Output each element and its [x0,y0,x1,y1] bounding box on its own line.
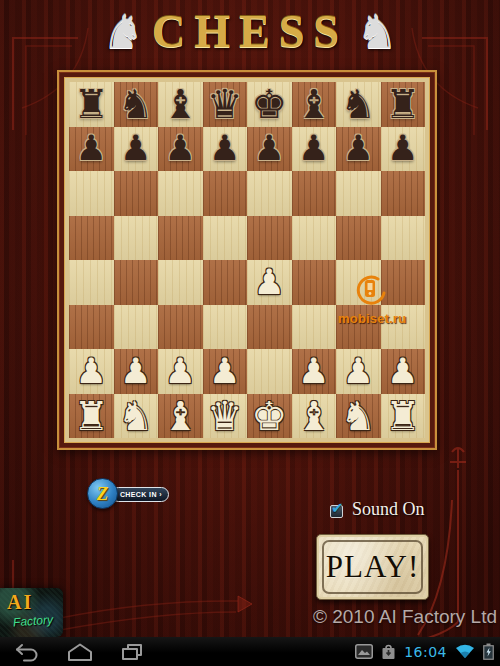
piece-white-pawn-d2[interactable]: ♟ [209,354,240,389]
square-b1[interactable]: ♞ [114,394,159,439]
piece-black-bishop-f8[interactable]: ♝ [296,84,332,124]
wifi-icon [455,644,475,659]
piece-black-pawn-h7[interactable]: ♟ [387,131,418,166]
piece-black-pawn-c7[interactable]: ♟ [165,131,196,166]
square-f8[interactable]: ♝ [292,82,337,127]
square-d7[interactable]: ♟ [203,127,248,172]
screenshot-notification-icon[interactable] [355,644,373,659]
square-g1[interactable]: ♞ [336,394,381,439]
square-g8[interactable]: ♞ [336,82,381,127]
square-b6[interactable] [114,171,159,216]
title-bar: ♞ CHESS ♞ [0,2,500,60]
square-e2[interactable] [247,349,292,394]
square-b3[interactable] [114,305,159,350]
sound-toggle[interactable]: ✔ Sound On [330,499,425,520]
piece-white-pawn-g2[interactable]: ♟ [343,354,374,389]
piece-black-bishop-c8[interactable]: ♝ [162,84,198,124]
square-a1[interactable]: ♜ [69,394,114,439]
square-e6[interactable] [247,171,292,216]
piece-black-pawn-d7[interactable]: ♟ [209,131,240,166]
square-h6[interactable] [381,171,426,216]
square-f6[interactable] [292,171,337,216]
square-h8[interactable]: ♜ [381,82,426,127]
square-b4[interactable] [114,260,159,305]
checkmark-icon: ✔ [331,499,344,517]
square-c1[interactable]: ♝ [158,394,203,439]
piece-black-pawn-f7[interactable]: ♟ [298,131,329,166]
square-c2[interactable]: ♟ [158,349,203,394]
square-c7[interactable]: ♟ [158,127,203,172]
battery-charging-icon [483,643,494,660]
square-d3[interactable] [203,305,248,350]
square-g5[interactable] [336,216,381,261]
piece-white-bishop-c1[interactable]: ♝ [162,396,198,436]
knight-icon-left: ♞ [102,8,144,55]
piece-white-pawn-c2[interactable]: ♟ [165,354,196,389]
square-c6[interactable] [158,171,203,216]
copyright-text: © 2010 AI Factory Ltd [313,606,497,628]
android-nav-bar: 16:04 [0,637,500,666]
clock[interactable]: 16:04 [404,644,447,660]
square-a4[interactable] [69,260,114,305]
piece-white-pawn-f2[interactable]: ♟ [298,354,329,389]
ai-factory-logo-factory: Factory [13,613,54,630]
square-d1[interactable]: ♛ [203,394,248,439]
square-a7[interactable]: ♟ [69,127,114,172]
square-d2[interactable]: ♟ [203,349,248,394]
home-button-icon[interactable] [66,642,94,662]
square-c4[interactable] [158,260,203,305]
square-f2[interactable]: ♟ [292,349,337,394]
watermark-text: mobiset.ru [338,311,406,326]
square-h7[interactable]: ♟ [381,127,426,172]
play-button[interactable]: PLAY! [316,534,429,600]
recents-button-icon[interactable] [120,642,144,662]
square-h5[interactable] [381,216,426,261]
board-grid: ♜♞♝♛♚♝♞♜♟♟♟♟♟♟♟♟♟♟♟♟♟♟♟♟♜♞♝♛♚♝♞♜ [69,82,425,438]
app-title: CHESS [148,5,352,58]
square-d8[interactable]: ♛ [203,82,248,127]
square-a8[interactable]: ♜ [69,82,114,127]
piece-white-queen-d1[interactable]: ♛ [207,396,243,436]
piece-white-knight-g1[interactable]: ♞ [340,396,376,436]
piece-black-pawn-a7[interactable]: ♟ [76,131,107,166]
board-frame: ♜♞♝♛♚♝♞♜♟♟♟♟♟♟♟♟♟♟♟♟♟♟♟♟♜♞♝♛♚♝♞♜ [64,77,430,443]
square-b8[interactable]: ♞ [114,82,159,127]
square-g2[interactable]: ♟ [336,349,381,394]
square-e5[interactable] [247,216,292,261]
piece-white-pawn-a2[interactable]: ♟ [76,354,107,389]
ai-factory-logo-ai: AI [7,591,33,614]
square-g6[interactable] [336,171,381,216]
piece-black-queen-d8[interactable]: ♛ [207,84,243,124]
square-b2[interactable]: ♟ [114,349,159,394]
back-button-icon[interactable] [14,642,40,662]
knight-icon-right: ♞ [356,8,398,55]
play-button-label: PLAY! [326,549,419,585]
square-f1[interactable]: ♝ [292,394,337,439]
square-a5[interactable] [69,216,114,261]
square-e3[interactable] [247,305,292,350]
ai-factory-logo: AI Factory [0,588,63,637]
square-b7[interactable]: ♟ [114,127,159,172]
square-h2[interactable]: ♟ [381,349,426,394]
square-a3[interactable] [69,305,114,350]
square-f7[interactable]: ♟ [292,127,337,172]
piece-white-rook-h1[interactable]: ♜ [385,396,421,436]
piece-white-pawn-b2[interactable]: ♟ [120,354,151,389]
piece-white-pawn-e4[interactable]: ♟ [254,265,285,300]
square-a6[interactable] [69,171,114,216]
chess-board[interactable]: ♜♞♝♛♚♝♞♜♟♟♟♟♟♟♟♟♟♟♟♟♟♟♟♟♜♞♝♛♚♝♞♜ [57,70,437,450]
piece-black-rook-a8[interactable]: ♜ [73,84,109,124]
zeewe-logo-icon[interactable]: Z [87,478,118,509]
zeewe-z-letter: Z [97,483,109,505]
piece-black-rook-h8[interactable]: ♜ [385,84,421,124]
square-a2[interactable]: ♟ [69,349,114,394]
square-e4[interactable]: ♟ [247,260,292,305]
square-f3[interactable] [292,305,337,350]
square-d5[interactable] [203,216,248,261]
square-d6[interactable] [203,171,248,216]
sound-checkbox[interactable]: ✔ [330,505,343,518]
status-icons: 16:04 [355,643,494,660]
square-h1[interactable]: ♜ [381,394,426,439]
usb-storage-notification-icon[interactable] [381,644,396,660]
square-c8[interactable]: ♝ [158,82,203,127]
square-b5[interactable] [114,216,159,261]
piece-white-king-e1[interactable]: ♚ [251,396,287,436]
sound-label: Sound On [352,499,425,520]
check-in-button[interactable]: CHECK IN › [111,487,169,502]
square-e7[interactable]: ♟ [247,127,292,172]
piece-black-knight-b8[interactable]: ♞ [118,84,154,124]
app-screen: ♞ CHESS ♞ ♜♞♝♛♚♝♞♜♟♟♟♟♟♟♟♟♟♟♟♟♟♟♟♟♜♞♝♛♚♝… [0,0,500,666]
square-d4[interactable] [203,260,248,305]
check-in-label: CHECK IN › [120,491,162,498]
piece-black-knight-g8[interactable]: ♞ [340,84,376,124]
check-in-badge[interactable]: CHECK IN › Z [87,478,177,512]
square-f4[interactable] [292,260,337,305]
piece-white-rook-a1[interactable]: ♜ [73,396,109,436]
piece-white-knight-b1[interactable]: ♞ [118,396,154,436]
nav-buttons [14,642,144,662]
piece-black-king-e8[interactable]: ♚ [251,84,287,124]
piece-white-pawn-h2[interactable]: ♟ [387,354,418,389]
piece-black-pawn-b7[interactable]: ♟ [120,131,151,166]
square-e8[interactable]: ♚ [247,82,292,127]
piece-white-bishop-f1[interactable]: ♝ [296,396,332,436]
piece-black-pawn-g7[interactable]: ♟ [343,131,374,166]
square-f5[interactable] [292,216,337,261]
watermark: mobiset.ru [338,275,418,327]
square-g7[interactable]: ♟ [336,127,381,172]
phone-icon [352,275,390,309]
square-c5[interactable] [158,216,203,261]
square-e1[interactable]: ♚ [247,394,292,439]
piece-black-pawn-e7[interactable]: ♟ [254,131,285,166]
square-c3[interactable] [158,305,203,350]
